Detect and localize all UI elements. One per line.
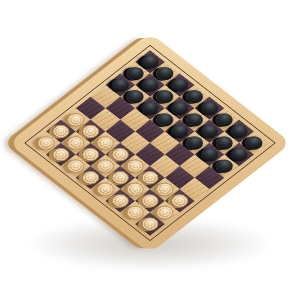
board-grid xyxy=(31,50,269,235)
board-anchor xyxy=(0,0,300,285)
board-pinline xyxy=(24,44,276,240)
product-photo-scene xyxy=(0,0,300,300)
board-frame xyxy=(9,32,292,253)
board-perspective-wrapper xyxy=(50,65,250,221)
